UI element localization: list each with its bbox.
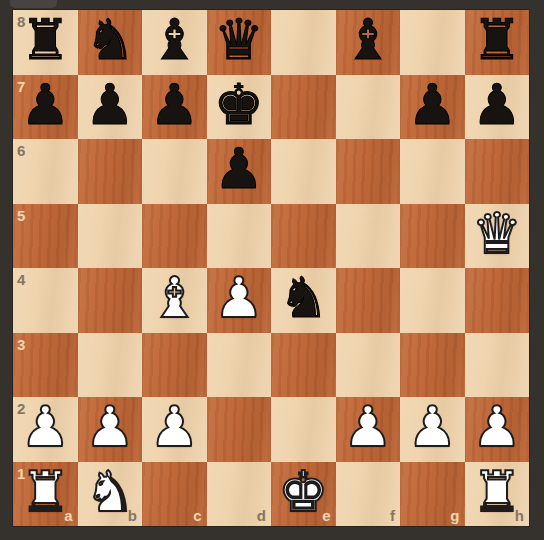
square-h1[interactable]: h♜ (465, 462, 530, 527)
square-b6[interactable] (78, 139, 143, 204)
piece-black-rook[interactable]: ♜ (472, 8, 522, 73)
square-b5[interactable] (78, 204, 143, 269)
square-f2[interactable]: ♟ (336, 397, 401, 462)
piece-white-queen[interactable]: ♛ (472, 202, 522, 267)
piece-white-pawn[interactable]: ♟ (214, 266, 264, 331)
square-b7[interactable]: ♟ (78, 75, 143, 140)
square-a1[interactable]: 1a♜ (13, 462, 78, 527)
square-g4[interactable] (400, 268, 465, 333)
chess-app-window: 8♜♞♝♛♝♜7♟♟♟♚♟♟6♟5♛4♝♟♞32♟♟♟♟♟♟1a♜b♞cde♚f… (0, 0, 544, 540)
square-d2[interactable] (207, 397, 272, 462)
piece-black-pawn[interactable]: ♟ (407, 73, 457, 138)
piece-white-pawn[interactable]: ♟ (20, 395, 70, 460)
rank-label-4: 4 (17, 272, 25, 287)
square-h3[interactable] (465, 333, 530, 398)
piece-black-pawn[interactable]: ♟ (472, 73, 522, 138)
piece-white-pawn[interactable]: ♟ (343, 395, 393, 460)
square-d5[interactable] (207, 204, 272, 269)
square-c6[interactable] (142, 139, 207, 204)
square-b4[interactable] (78, 268, 143, 333)
piece-white-rook[interactable]: ♜ (20, 460, 70, 525)
square-b8[interactable]: ♞ (78, 10, 143, 75)
square-b3[interactable] (78, 333, 143, 398)
file-label-g: g (450, 508, 459, 523)
file-label-d: d (257, 508, 266, 523)
square-f8[interactable]: ♝ (336, 10, 401, 75)
square-e3[interactable] (271, 333, 336, 398)
piece-black-knight[interactable]: ♞ (85, 8, 135, 73)
square-e8[interactable] (271, 10, 336, 75)
square-e1[interactable]: e♚ (271, 462, 336, 527)
file-label-f: f (390, 508, 395, 523)
square-e5[interactable] (271, 204, 336, 269)
piece-black-pawn[interactable]: ♟ (149, 73, 199, 138)
file-label-c: c (193, 508, 201, 523)
piece-white-pawn[interactable]: ♟ (407, 395, 457, 460)
square-a8[interactable]: 8♜ (13, 10, 78, 75)
square-f3[interactable] (336, 333, 401, 398)
rank-label-5: 5 (17, 208, 25, 223)
square-d4[interactable]: ♟ (207, 268, 272, 333)
square-a3[interactable]: 3 (13, 333, 78, 398)
piece-black-pawn[interactable]: ♟ (214, 137, 264, 202)
square-e7[interactable] (271, 75, 336, 140)
square-g1[interactable]: g (400, 462, 465, 527)
square-d8[interactable]: ♛ (207, 10, 272, 75)
square-d6[interactable]: ♟ (207, 139, 272, 204)
piece-black-rook[interactable]: ♜ (20, 8, 70, 73)
piece-black-king[interactable]: ♚ (214, 73, 264, 138)
square-c1[interactable]: c (142, 462, 207, 527)
square-g6[interactable] (400, 139, 465, 204)
square-a4[interactable]: 4 (13, 268, 78, 333)
square-c7[interactable]: ♟ (142, 75, 207, 140)
square-d7[interactable]: ♚ (207, 75, 272, 140)
square-c4[interactable]: ♝ (142, 268, 207, 333)
square-h2[interactable]: ♟ (465, 397, 530, 462)
piece-black-queen[interactable]: ♛ (214, 8, 264, 73)
square-h8[interactable]: ♜ (465, 10, 530, 75)
piece-white-rook[interactable]: ♜ (472, 460, 522, 525)
square-a5[interactable]: 5 (13, 204, 78, 269)
square-g2[interactable]: ♟ (400, 397, 465, 462)
rank-label-6: 6 (17, 143, 25, 158)
square-g8[interactable] (400, 10, 465, 75)
square-c3[interactable] (142, 333, 207, 398)
square-h5[interactable]: ♛ (465, 204, 530, 269)
square-d3[interactable] (207, 333, 272, 398)
piece-black-bishop[interactable]: ♝ (149, 8, 199, 73)
piece-white-pawn[interactable]: ♟ (472, 395, 522, 460)
square-f6[interactable] (336, 139, 401, 204)
square-f5[interactable] (336, 204, 401, 269)
square-c2[interactable]: ♟ (142, 397, 207, 462)
square-g7[interactable]: ♟ (400, 75, 465, 140)
piece-black-pawn[interactable]: ♟ (20, 73, 70, 138)
square-f1[interactable]: f (336, 462, 401, 527)
piece-white-knight[interactable]: ♞ (85, 460, 135, 525)
square-c8[interactable]: ♝ (142, 10, 207, 75)
square-d1[interactable]: d (207, 462, 272, 527)
piece-white-pawn[interactable]: ♟ (149, 395, 199, 460)
square-a2[interactable]: 2♟ (13, 397, 78, 462)
square-h7[interactable]: ♟ (465, 75, 530, 140)
piece-white-pawn[interactable]: ♟ (85, 395, 135, 460)
square-h4[interactable] (465, 268, 530, 333)
piece-black-pawn[interactable]: ♟ (85, 73, 135, 138)
square-a6[interactable]: 6 (13, 139, 78, 204)
rank-label-3: 3 (17, 337, 25, 352)
piece-white-king[interactable]: ♚ (278, 460, 328, 525)
square-e6[interactable] (271, 139, 336, 204)
square-h6[interactable] (465, 139, 530, 204)
square-b1[interactable]: b♞ (78, 462, 143, 527)
piece-black-knight[interactable]: ♞ (278, 266, 328, 331)
piece-black-bishop[interactable]: ♝ (343, 8, 393, 73)
square-a7[interactable]: 7♟ (13, 75, 78, 140)
square-g5[interactable] (400, 204, 465, 269)
piece-white-bishop[interactable]: ♝ (149, 266, 199, 331)
square-g3[interactable] (400, 333, 465, 398)
square-f4[interactable] (336, 268, 401, 333)
chess-board[interactable]: 8♜♞♝♛♝♜7♟♟♟♚♟♟6♟5♛4♝♟♞32♟♟♟♟♟♟1a♜b♞cde♚f… (13, 10, 529, 526)
square-f7[interactable] (336, 75, 401, 140)
square-c5[interactable] (142, 204, 207, 269)
square-e2[interactable] (271, 397, 336, 462)
square-b2[interactable]: ♟ (78, 397, 143, 462)
square-e4[interactable]: ♞ (271, 268, 336, 333)
